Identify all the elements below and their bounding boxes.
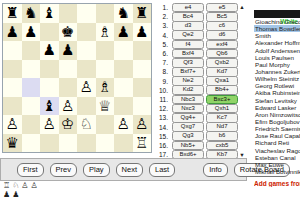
square-e4-wp: ♙ bbox=[77, 78, 96, 97]
square-f7-wb: ♗ bbox=[96, 23, 115, 42]
square-d2-wk: ♔ bbox=[59, 115, 78, 134]
white-piece-icon: ♙ bbox=[80, 78, 93, 97]
player-item[interactable]: Stefan Levitsky bbox=[254, 97, 300, 104]
square-b5 bbox=[22, 60, 41, 79]
square-d4 bbox=[59, 78, 78, 97]
move-number: 5. bbox=[155, 41, 170, 48]
player-item[interactable]: Gioachino Greco bbox=[254, 18, 300, 25]
white-piece-icon: ♙ bbox=[61, 96, 74, 115]
move-button[interactable]: b6 bbox=[206, 131, 238, 141]
square-e6 bbox=[77, 41, 96, 60]
black-piece-icon: ♜ bbox=[6, 4, 19, 23]
move-button[interactable]: Qxg7 bbox=[172, 122, 204, 132]
square-d7-bk: ♚ bbox=[59, 23, 78, 42]
white-piece-icon: ♙ bbox=[117, 115, 130, 134]
square-b8-bn: ♞ bbox=[22, 4, 41, 23]
move-number: 9. bbox=[155, 78, 170, 85]
move-button[interactable]: Nbc3 bbox=[172, 95, 204, 105]
move-row: 9.Ne2Qxa1 bbox=[155, 77, 248, 86]
square-c7 bbox=[40, 23, 59, 42]
scroll-up-icon[interactable]: ▲ bbox=[237, 3, 247, 11]
move-button[interactable]: f4 bbox=[172, 40, 204, 50]
white-piece-icon: ♙ bbox=[135, 115, 148, 134]
move-number: 2. bbox=[155, 13, 170, 20]
move-button[interactable]: Qxb2 bbox=[206, 58, 238, 68]
square-h3 bbox=[133, 97, 152, 116]
square-e8 bbox=[77, 4, 96, 23]
square-b6 bbox=[22, 41, 41, 60]
move-button[interactable]: Bc4 bbox=[172, 12, 204, 22]
move-number: 13. bbox=[155, 114, 170, 121]
square-e5 bbox=[77, 60, 96, 79]
chess-game-viewer: { "game": "chess", "description": "Game … bbox=[0, 0, 300, 200]
move-button[interactable]: Qe2 bbox=[172, 30, 204, 40]
move-button[interactable]: Qb6 bbox=[206, 49, 238, 59]
square-f4-wb: ♗ bbox=[96, 78, 115, 97]
square-c8-bb: ♝ bbox=[40, 4, 59, 23]
move-button[interactable]: Qg3 bbox=[172, 131, 204, 141]
move-button[interactable]: Qf3 bbox=[172, 58, 204, 68]
white-piece-icon: ♔ bbox=[61, 115, 74, 134]
player-item[interactable]: Viacheslav Ragozin bbox=[254, 147, 300, 154]
player-item[interactable]: Efim Bogoljubov bbox=[254, 118, 300, 125]
move-row: 15.Qg3b6 bbox=[155, 132, 248, 141]
square-b4 bbox=[22, 78, 41, 97]
square-g1 bbox=[114, 134, 133, 153]
black-piece-icon: ♟ bbox=[6, 22, 19, 41]
square-c5 bbox=[40, 60, 59, 79]
player-item[interactable]: Aron Nimzowitsch bbox=[254, 111, 300, 118]
move-row: 16.Nb5+cxb5 bbox=[155, 141, 248, 150]
square-c4 bbox=[40, 78, 59, 97]
move-button[interactable]: e5 bbox=[206, 3, 238, 13]
square-g3 bbox=[114, 97, 133, 116]
square-d3-wp: ♙ bbox=[59, 97, 78, 116]
player-item[interactable]: Richard Reti bbox=[254, 139, 300, 146]
move-row: 11.Nbc3Bxc3+ bbox=[155, 95, 248, 104]
toolbar: First Prev Play Next Last Info Rotate Bo… bbox=[0, 158, 247, 181]
player-names: Gioachino GrecoThomas BowdlerSmithAlexan… bbox=[254, 18, 300, 175]
move-button[interactable]: Kd2 bbox=[172, 85, 204, 95]
square-h5 bbox=[133, 60, 152, 79]
white-piece-icon: ♗ bbox=[98, 78, 111, 97]
player-item[interactable]: Akiba Rubinstein bbox=[254, 89, 300, 96]
square-h7-bp: ♟ bbox=[133, 23, 152, 42]
move-button[interactable]: d6 bbox=[206, 30, 238, 40]
captured-white-pieces: ♖♘♙♙ bbox=[3, 181, 40, 190]
player-item[interactable]: Louis Paulsen bbox=[254, 54, 300, 61]
player-item[interactable]: Georg Rotlewi bbox=[254, 82, 300, 89]
white-piece-icon: ♙ bbox=[43, 115, 56, 134]
move-number: 3. bbox=[155, 22, 170, 29]
black-piece-icon: ♚ bbox=[61, 22, 74, 41]
black-piece-icon: ♜ bbox=[135, 4, 148, 23]
move-number: 1. bbox=[155, 4, 170, 11]
square-e2-wn: ♘ bbox=[77, 115, 96, 134]
player-item[interactable]: Smith bbox=[254, 32, 300, 39]
move-button[interactable]: Ne2 bbox=[172, 76, 204, 86]
move-button[interactable]: Bxf7+ bbox=[172, 67, 204, 77]
move-row: 6.Bxf4Qb6 bbox=[155, 49, 248, 58]
player-item[interactable]: Mikhail Botvinnik bbox=[254, 168, 300, 175]
move-button[interactable]: Nb5+ bbox=[172, 141, 204, 151]
square-g2-wp: ♙ bbox=[114, 115, 133, 134]
white-piece-icon: ♕ bbox=[98, 96, 111, 115]
move-number: 6. bbox=[155, 50, 170, 57]
move-button[interactable]: Kc7 bbox=[206, 113, 238, 123]
black-piece-icon: ♞ bbox=[24, 4, 37, 23]
square-a5 bbox=[3, 60, 22, 79]
square-a3 bbox=[3, 97, 22, 116]
move-button[interactable]: c6 bbox=[206, 21, 238, 31]
move-button[interactable]: Bxf4 bbox=[172, 49, 204, 59]
black-piece-icon: ♟ bbox=[43, 41, 56, 60]
move-button[interactable]: Nd7 bbox=[206, 122, 238, 132]
move-row: 14.Qxg7Nd7 bbox=[155, 122, 248, 131]
move-button[interactable]: Qxh1 bbox=[206, 104, 238, 114]
square-d6-bp: ♟ bbox=[59, 41, 78, 60]
square-d5 bbox=[59, 60, 78, 79]
white-piece-icon: ♘ bbox=[80, 115, 93, 134]
info-button[interactable]: Info bbox=[203, 163, 228, 177]
play-button[interactable]: Play bbox=[83, 163, 110, 177]
square-a6 bbox=[3, 41, 22, 60]
move-button[interactable]: Bb4+ bbox=[206, 85, 238, 95]
player-item-selected[interactable]: Thomas Bowdler bbox=[254, 25, 300, 32]
square-h1-wr: ♖ bbox=[133, 134, 152, 153]
square-g5 bbox=[114, 60, 133, 79]
white-piece-icon: ♙ bbox=[6, 115, 19, 134]
square-b3 bbox=[22, 97, 41, 116]
square-g4 bbox=[114, 78, 133, 97]
player-item[interactable]: Friedrich Saemisch bbox=[254, 125, 300, 132]
square-c2-wp: ♙ bbox=[40, 115, 59, 134]
player-item[interactable]: Johannes Zukertort bbox=[254, 68, 300, 75]
move-number: 10. bbox=[155, 87, 170, 94]
move-row: 12.Nxc3Qxh1 bbox=[155, 104, 248, 113]
square-d8 bbox=[59, 4, 78, 23]
add-games-link[interactable]: Add games from bbox=[254, 180, 300, 187]
player-item[interactable]: Wilhelm Steinitz bbox=[254, 75, 300, 82]
move-list-panel: 1.e4e52.Bc4Bc53.d3c64.Qe2d65.f4exf46.Bxf… bbox=[155, 3, 248, 159]
player-item[interactable]: Adolf Anderssen bbox=[254, 47, 300, 54]
black-piece-icon: ♟ bbox=[117, 22, 130, 41]
prev-button[interactable]: Prev bbox=[50, 163, 77, 177]
move-button[interactable]: cxb5 bbox=[206, 141, 238, 151]
square-a7-bp: ♟ bbox=[3, 23, 22, 42]
move-button[interactable]: Kd7 bbox=[206, 67, 238, 77]
move-row: 4.Qe2d6 bbox=[155, 31, 248, 40]
move-number: 11. bbox=[155, 96, 170, 103]
square-h2-wp: ♙ bbox=[133, 115, 152, 134]
move-button[interactable]: Qxa1 bbox=[206, 76, 238, 86]
move-row: 10.Kd2Bb4+ bbox=[155, 86, 248, 95]
player-list-panel: White Gioachino GrecoThomas BowdlerSmith… bbox=[254, 10, 300, 187]
black-piece-icon: ♟ bbox=[24, 22, 37, 41]
black-piece-icon: ♝ bbox=[43, 96, 56, 115]
square-c3-bb: ♝ bbox=[40, 97, 59, 116]
black-piece-icon: ♝ bbox=[43, 4, 56, 23]
square-a8-br: ♜ bbox=[3, 4, 22, 23]
square-e1 bbox=[77, 134, 96, 153]
square-f3-wq: ♕ bbox=[96, 97, 115, 116]
square-f5 bbox=[96, 60, 115, 79]
square-g8-bn: ♞ bbox=[114, 4, 133, 23]
square-f6 bbox=[96, 41, 115, 60]
move-number: 8. bbox=[155, 68, 170, 75]
square-d1 bbox=[59, 134, 78, 153]
last-button[interactable]: Last bbox=[149, 163, 175, 177]
square-h8-br: ♜ bbox=[133, 4, 152, 23]
square-e7 bbox=[77, 23, 96, 42]
move-button[interactable]: Qg4+ bbox=[172, 113, 204, 123]
move-list-scrollbar[interactable]: ▲ ▼ bbox=[237, 3, 247, 159]
square-a4 bbox=[3, 78, 22, 97]
move-button[interactable]: e4 bbox=[172, 3, 204, 13]
square-h6 bbox=[133, 41, 152, 60]
chess-board: ♜♞♝♞♜♟♟♚♗♟♟♟♟♙♗♝♙♕♙♙♔♘♙♙♛♖ bbox=[2, 3, 152, 153]
square-g6 bbox=[114, 41, 133, 60]
square-b2 bbox=[22, 115, 41, 134]
captured-pieces-tray: ♖♘♙♙ ♟♟ bbox=[3, 181, 40, 199]
player-item[interactable]: Esteban Canal bbox=[254, 154, 300, 161]
move-number: 15. bbox=[155, 133, 170, 140]
captured-black-pieces: ♟♟ bbox=[3, 190, 40, 199]
move-row: 7.Qf3Qxb2 bbox=[155, 58, 248, 67]
player-item[interactable]: Edward Lasker bbox=[254, 104, 300, 111]
white-piece-icon: ♖ bbox=[135, 133, 148, 152]
square-f2 bbox=[96, 115, 115, 134]
move-row: 1.e4e5 bbox=[155, 3, 248, 12]
first-button[interactable]: First bbox=[17, 163, 44, 177]
move-row: 13.Qg4+Kc7 bbox=[155, 113, 248, 122]
move-button[interactable]: d3 bbox=[172, 21, 204, 31]
player-item[interactable]: Jose Raul Capablanca bbox=[254, 132, 300, 139]
move-row: 5.f4exf4 bbox=[155, 40, 248, 49]
square-g7-bp: ♟ bbox=[114, 23, 133, 42]
player-list-header: White bbox=[254, 10, 300, 18]
square-e3 bbox=[77, 97, 96, 116]
square-b1 bbox=[22, 134, 41, 153]
square-c1 bbox=[40, 134, 59, 153]
square-a1-bq: ♛ bbox=[3, 134, 22, 153]
move-button[interactable]: Nxc3 bbox=[172, 104, 204, 114]
square-b7-bp: ♟ bbox=[22, 23, 41, 42]
player-item[interactable]: Max Euwe bbox=[254, 161, 300, 168]
move-number: 12. bbox=[155, 105, 170, 112]
white-piece-icon: ♗ bbox=[98, 22, 111, 41]
move-button[interactable]: exf4 bbox=[206, 40, 238, 50]
move-number: 7. bbox=[155, 59, 170, 66]
black-piece-icon: ♛ bbox=[6, 133, 19, 152]
move-row: 2.Bc4Bc5 bbox=[155, 12, 248, 21]
move-number: 4. bbox=[155, 32, 170, 39]
move-row: 3.d3c6 bbox=[155, 21, 248, 30]
black-piece-icon: ♟ bbox=[61, 41, 74, 60]
move-row: 8.Bxf7+Kd7 bbox=[155, 67, 248, 76]
square-f1 bbox=[96, 134, 115, 153]
black-piece-icon: ♞ bbox=[117, 4, 130, 23]
current-move-button[interactable]: Bxc3+ bbox=[206, 95, 238, 105]
square-a2-wp: ♙ bbox=[3, 115, 22, 134]
square-f8 bbox=[96, 4, 115, 23]
next-button[interactable]: Next bbox=[116, 163, 143, 177]
player-item[interactable]: Paul Morphy bbox=[254, 61, 300, 68]
square-c6-bp: ♟ bbox=[40, 41, 59, 60]
move-number: 16. bbox=[155, 142, 170, 149]
black-piece-icon: ♟ bbox=[135, 22, 148, 41]
move-number: 14. bbox=[155, 124, 170, 131]
move-button[interactable]: Bc5 bbox=[206, 12, 238, 22]
square-h4 bbox=[133, 78, 152, 97]
player-item[interactable]: Alexander Hoffmann bbox=[254, 39, 300, 46]
